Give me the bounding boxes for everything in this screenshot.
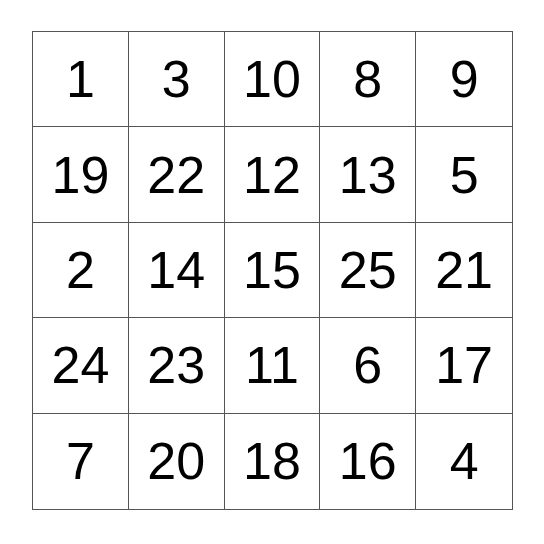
grid-cell-r1c3[interactable]: 10: [225, 32, 321, 127]
grid-cell-r4c2[interactable]: 23: [129, 318, 225, 413]
grid-cell-r3c4[interactable]: 25: [320, 223, 416, 318]
grid-cell-r5c5[interactable]: 4: [416, 414, 512, 509]
grid-cell-r5c2[interactable]: 20: [129, 414, 225, 509]
grid-cell-r2c3[interactable]: 12: [225, 127, 321, 222]
grid-cell-r2c1[interactable]: 19: [33, 127, 129, 222]
grid-cell-r1c1[interactable]: 1: [33, 32, 129, 127]
grid-cell-r3c1[interactable]: 2: [33, 223, 129, 318]
grid-cell-r2c2[interactable]: 22: [129, 127, 225, 222]
grid-cell-r2c4[interactable]: 13: [320, 127, 416, 222]
grid-cell-r3c3[interactable]: 15: [225, 223, 321, 318]
grid-cell-r5c4[interactable]: 16: [320, 414, 416, 509]
grid-cell-r4c3[interactable]: 11: [225, 318, 321, 413]
grid-cell-r1c2[interactable]: 3: [129, 32, 225, 127]
grid-cell-r1c5[interactable]: 9: [416, 32, 512, 127]
grid-cell-r4c1[interactable]: 24: [33, 318, 129, 413]
grid-cell-r3c2[interactable]: 14: [129, 223, 225, 318]
grid-cell-r4c5[interactable]: 17: [416, 318, 512, 413]
grid-cell-r2c5[interactable]: 5: [416, 127, 512, 222]
grid-cell-r4c4[interactable]: 6: [320, 318, 416, 413]
grid-cell-r3c5[interactable]: 21: [416, 223, 512, 318]
grid-cell-r1c4[interactable]: 8: [320, 32, 416, 127]
grid-cell-r5c3[interactable]: 18: [225, 414, 321, 509]
grid-cell-r5c1[interactable]: 7: [33, 414, 129, 509]
bingo-card: 1310891922121352141525212423116177201816…: [32, 31, 513, 510]
